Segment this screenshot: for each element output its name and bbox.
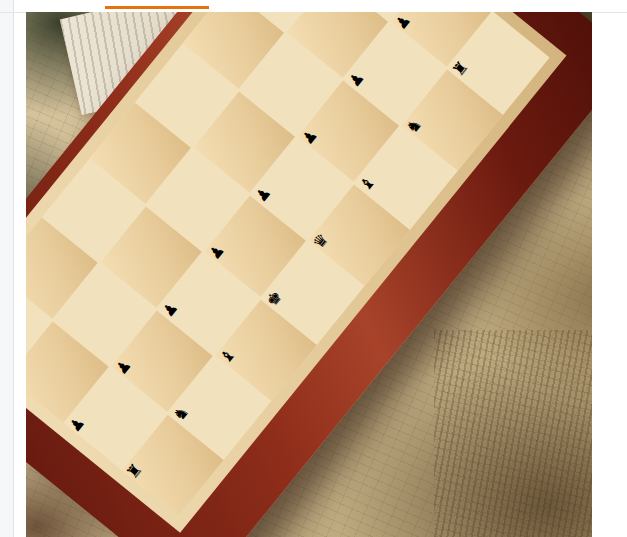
board-square bbox=[183, 12, 284, 89]
silver-bishop: ♝ bbox=[261, 20, 309, 83]
copper-bishop: ♝ bbox=[216, 344, 240, 367]
board-square bbox=[26, 322, 109, 423]
board-square: ♟ bbox=[205, 196, 306, 297]
copper-pawn: ♟ bbox=[344, 68, 368, 91]
copper-pawn: ♟ bbox=[65, 413, 89, 436]
board-square: ♜ bbox=[122, 415, 223, 516]
board-square bbox=[229, 12, 330, 31]
chess-board: ♟♟♟♟♟♟♟♟♜♞♝♚♛♝♞♜ bbox=[26, 12, 592, 537]
board-square: ♞ bbox=[169, 357, 270, 458]
board-border-band bbox=[26, 12, 567, 533]
copper-king: ♚ bbox=[262, 287, 286, 310]
silver-pawn: ♟ bbox=[309, 22, 356, 82]
silver-pawn: ♟ bbox=[26, 25, 69, 81]
copper-queen: ♛ bbox=[309, 229, 333, 252]
board-square: ♟ bbox=[251, 138, 352, 239]
board-square bbox=[100, 206, 201, 307]
copper-pawn: ♟ bbox=[158, 298, 182, 321]
offboard-pieces-layer: ♟♟♚♛♟♝♟ bbox=[26, 12, 592, 85]
board-square bbox=[90, 102, 191, 203]
copper-rook: ♜ bbox=[448, 57, 472, 80]
board-square bbox=[194, 91, 295, 192]
board-square: ♟ bbox=[391, 12, 492, 67]
copper-rook: ♜ bbox=[122, 459, 146, 482]
copper-pawn: ♟ bbox=[298, 125, 322, 148]
paper-note bbox=[60, 12, 292, 115]
board-square bbox=[240, 34, 341, 135]
copper-knight: ♞ bbox=[169, 402, 193, 425]
copper-pawn: ♟ bbox=[111, 355, 135, 378]
board-square: ♝ bbox=[216, 300, 317, 401]
copper-pawn: ♟ bbox=[391, 12, 415, 33]
left-gutter bbox=[0, 0, 14, 537]
vintage-map-background bbox=[26, 12, 592, 537]
board-square bbox=[287, 12, 388, 78]
paper-scrap bbox=[26, 240, 71, 339]
silver-pawn: ♟ bbox=[69, 24, 114, 82]
board-square bbox=[136, 45, 237, 146]
board-square: ♝ bbox=[355, 127, 456, 228]
board-square bbox=[147, 149, 248, 250]
board-square: ♜ bbox=[448, 12, 549, 113]
board-square: ♛ bbox=[309, 185, 410, 286]
board-grid: ♟♟♟♟♟♟♟♟♜♞♝♚♛♝♞♜ bbox=[26, 12, 550, 516]
board-square: ♟ bbox=[298, 81, 399, 182]
copper-pawn: ♟ bbox=[205, 240, 229, 263]
chess-set-photo[interactable]: ♟♟♟♟♟♟♟♟♜♞♝♚♛♝♞♜ ♟♟♚♛♟♝♟ bbox=[26, 12, 592, 537]
board-square: ♟ bbox=[158, 253, 259, 354]
copper-pawn: ♟ bbox=[251, 183, 275, 206]
board-square: ♞ bbox=[402, 70, 503, 171]
map-fine-print bbox=[434, 330, 592, 537]
board-square: ♟ bbox=[111, 311, 212, 412]
silver-pawn: ♟ bbox=[220, 27, 261, 81]
silver-king: ♚ bbox=[114, 12, 170, 85]
board-square: ♚ bbox=[262, 242, 363, 343]
board-square: ♟ bbox=[65, 368, 166, 469]
board-square bbox=[54, 264, 155, 365]
board-square bbox=[43, 160, 144, 261]
copper-bishop: ♝ bbox=[355, 172, 379, 195]
board-shading bbox=[26, 12, 336, 358]
copper-knight: ♞ bbox=[402, 114, 426, 137]
board-square bbox=[26, 275, 51, 376]
silver-queen: ♛ bbox=[169, 18, 219, 83]
board-square: ♟ bbox=[344, 23, 445, 124]
active-tab-underline bbox=[105, 6, 209, 9]
board-square bbox=[333, 12, 434, 20]
board-square bbox=[26, 217, 98, 318]
